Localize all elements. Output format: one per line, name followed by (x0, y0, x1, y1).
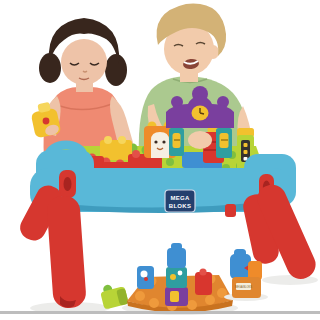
girl-face (61, 39, 107, 85)
stacked-column (165, 243, 188, 306)
badge-line2: BLOKS (169, 203, 192, 209)
mini-logo-label: MEGA BLOKS (235, 283, 252, 290)
blue-face-block (137, 266, 154, 289)
bottom-divider (0, 311, 320, 314)
product-photo-stage: MEGA BLOKS (0, 0, 320, 320)
badge-line1: MEGA (170, 195, 190, 201)
girl-pigtail-right (105, 54, 127, 86)
scene: MEGA BLOKS (0, 0, 320, 320)
red-floor-block (195, 268, 212, 295)
boy-hand (188, 131, 212, 149)
clock-tower (166, 86, 234, 158)
brand-badge: MEGA BLOKS (165, 190, 195, 212)
mini-label-text: MEGA BLOKS (235, 285, 252, 289)
